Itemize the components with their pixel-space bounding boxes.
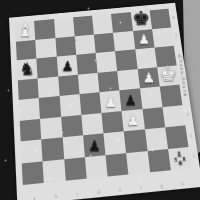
rank-label-7: 7 xyxy=(175,34,178,39)
file-label-e: e xyxy=(118,187,121,193)
square-f2[interactable] xyxy=(124,129,147,152)
square-g6[interactable] xyxy=(135,48,157,69)
square-a7[interactable] xyxy=(16,39,37,60)
square-e2[interactable] xyxy=(103,131,126,154)
square-b6[interactable] xyxy=(37,57,58,78)
square-d7[interactable] xyxy=(74,34,95,55)
file-label-g: g xyxy=(160,183,164,189)
square-e6[interactable] xyxy=(96,51,118,72)
square-d1[interactable] xyxy=(85,155,108,179)
square-c2[interactable] xyxy=(62,135,84,158)
square-b1[interactable] xyxy=(43,159,66,183)
board: ♝♚♟♞♟♟♚♟♟♟♟ xyxy=(15,9,192,185)
square-e3[interactable] xyxy=(101,111,124,134)
square-f1[interactable] xyxy=(126,151,149,175)
square-g5[interactable]: ♟ xyxy=(137,67,159,89)
square-d2[interactable]: ♟ xyxy=(83,133,106,156)
square-b2[interactable] xyxy=(41,137,63,161)
square-a1[interactable] xyxy=(22,161,44,185)
square-c7[interactable] xyxy=(55,36,76,57)
file-label-f: f xyxy=(140,185,142,191)
square-e1[interactable] xyxy=(105,153,128,177)
square-g7[interactable]: ♟ xyxy=(133,29,155,50)
square-b3[interactable] xyxy=(40,116,62,139)
square-a6[interactable]: ♞ xyxy=(17,58,38,79)
piece-white-pawn[interactable]: ♟ xyxy=(134,33,154,46)
square-c1[interactable] xyxy=(64,157,87,181)
piece-white-pawn[interactable]: ♟ xyxy=(138,71,158,85)
rank-label-1: 1 xyxy=(192,154,196,160)
piece-black-knight[interactable]: ♞ xyxy=(17,60,38,77)
square-f7[interactable] xyxy=(113,31,135,52)
piece-black-pawn[interactable]: ♟ xyxy=(57,59,77,72)
square-d4[interactable] xyxy=(79,92,101,114)
rank-label-3: 3 xyxy=(186,112,190,117)
square-h1[interactable] xyxy=(168,146,192,170)
square-c5[interactable] xyxy=(58,74,80,96)
file-label-a: a xyxy=(33,195,36,200)
square-d5[interactable] xyxy=(78,72,100,94)
square-a5[interactable] xyxy=(18,78,39,100)
square-c3[interactable] xyxy=(61,114,83,137)
square-a4[interactable] xyxy=(19,98,40,120)
square-b5[interactable] xyxy=(38,76,59,98)
square-h2[interactable] xyxy=(165,125,188,148)
square-h5[interactable]: ♚ xyxy=(157,65,180,87)
square-a2[interactable] xyxy=(21,139,43,163)
rank-label-8: 8 xyxy=(172,15,175,20)
square-b7[interactable] xyxy=(35,38,56,59)
square-e5[interactable] xyxy=(98,71,120,93)
square-g8[interactable]: ♚ xyxy=(130,10,152,30)
square-f4[interactable]: ♟ xyxy=(120,88,142,110)
square-b4[interactable] xyxy=(39,96,61,118)
square-a8[interactable]: ♝ xyxy=(15,21,35,41)
square-f3[interactable]: ♟ xyxy=(122,109,145,132)
piece-white-pawn[interactable]: ♟ xyxy=(123,113,144,127)
square-e4[interactable]: ♟ xyxy=(99,90,121,112)
square-f8[interactable] xyxy=(111,12,132,32)
square-f5[interactable] xyxy=(117,69,139,91)
file-label-c: c xyxy=(76,191,79,197)
square-g1[interactable] xyxy=(147,149,171,173)
board-logo-icon xyxy=(172,150,188,167)
square-f6[interactable] xyxy=(115,49,137,70)
square-c4[interactable] xyxy=(59,94,81,116)
file-label-b: b xyxy=(54,193,57,199)
square-d6[interactable] xyxy=(76,53,98,74)
square-h3[interactable] xyxy=(162,105,185,128)
square-d3[interactable] xyxy=(81,113,103,136)
rank-label-2: 2 xyxy=(189,133,193,138)
square-g2[interactable] xyxy=(144,127,167,150)
dust-speckles xyxy=(0,0,1,1)
vinyl-mat: ♝♚♟♞♟♟♚♟♟♟♟ abcdefgh 87654321 Chess Hous… xyxy=(9,3,200,200)
square-g4[interactable] xyxy=(140,86,163,108)
file-label-h: h xyxy=(181,180,185,186)
square-e7[interactable] xyxy=(94,32,115,53)
square-h4[interactable] xyxy=(159,85,182,107)
piece-black-pawn[interactable]: ♟ xyxy=(84,138,105,153)
square-d8[interactable] xyxy=(73,16,94,36)
square-a3[interactable] xyxy=(20,118,42,141)
square-e8[interactable] xyxy=(92,14,113,34)
piece-white-pawn[interactable]: ♟ xyxy=(100,95,120,109)
piece-white-king[interactable]: ♚ xyxy=(158,64,179,84)
file-label-d: d xyxy=(97,189,101,195)
piece-black-king[interactable]: ♚ xyxy=(131,10,151,29)
square-b8[interactable] xyxy=(34,19,55,39)
square-g3[interactable] xyxy=(142,107,165,130)
chessboard-photo: ♝♚♟♞♟♟♚♟♟♟♟ abcdefgh 87654321 Chess Hous… xyxy=(0,0,200,200)
square-c6[interactable]: ♟ xyxy=(56,55,77,76)
piece-white-bishop[interactable]: ♝ xyxy=(15,21,35,38)
square-h7[interactable] xyxy=(152,27,174,48)
piece-black-pawn[interactable]: ♟ xyxy=(121,93,142,107)
square-h8[interactable] xyxy=(149,9,171,29)
square-c8[interactable] xyxy=(54,17,75,37)
